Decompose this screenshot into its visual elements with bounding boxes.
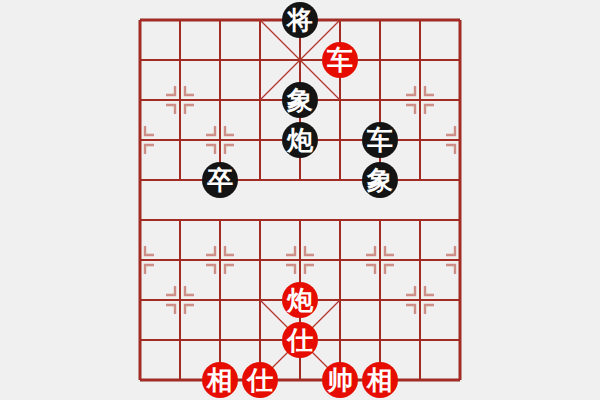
piece-black-cannon[interactable]: 炮 [282,122,318,158]
piece-red-general[interactable]: 帅 [322,362,358,398]
piece-red-elephant-1[interactable]: 相 [202,362,238,398]
piece-red-advisor-1[interactable]: 仕 [282,322,318,358]
piece-red-chariot[interactable]: 车 [322,42,358,78]
piece-red-cannon[interactable]: 炮 [282,282,318,318]
piece-black-soldier[interactable]: 卒 [202,162,238,198]
piece-red-elephant-2[interactable]: 相 [362,362,398,398]
piece-red-advisor-2[interactable]: 仕 [242,362,278,398]
piece-black-chariot[interactable]: 车 [362,122,398,158]
piece-black-general[interactable]: 将 [282,2,318,38]
xiangqi-board: 将车象炮车卒象炮仕相仕帅相 [120,0,480,400]
xiangqi-app: 将车象炮车卒象炮仕相仕帅相 [0,0,600,400]
piece-black-elephant-1[interactable]: 象 [282,82,318,118]
piece-black-elephant-2[interactable]: 象 [362,162,398,198]
